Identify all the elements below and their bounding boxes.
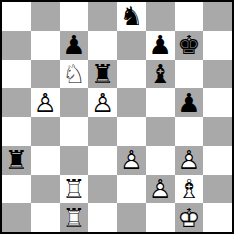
black-king-piece[interactable]: ♚	[175, 31, 204, 60]
white-bishop-piece[interactable]: ♝♗	[175, 175, 204, 204]
square-h4[interactable]	[203, 117, 232, 146]
black-rook-piece[interactable]: ♜	[2, 146, 31, 175]
piece-fill-layer: ♜	[88, 60, 117, 89]
square-b3[interactable]	[31, 146, 60, 175]
piece-outline-layer: ♔	[175, 203, 204, 232]
square-c7[interactable]: ♟	[60, 31, 89, 60]
square-f7[interactable]: ♟	[146, 31, 175, 60]
square-h3[interactable]	[203, 146, 232, 175]
piece-outline-layer: ♙	[175, 146, 204, 175]
square-g5[interactable]: ♟	[175, 88, 204, 117]
square-b8[interactable]	[31, 2, 60, 31]
square-a3[interactable]: ♜	[2, 146, 31, 175]
square-d3[interactable]	[88, 146, 117, 175]
square-a4[interactable]	[2, 117, 31, 146]
chessboard: ♞♟♟♚♞♘♜♝♟♙♟♙♟♜♟♙♟♙♜♖♟♙♝♗♜♖♚♔	[2, 2, 232, 232]
square-f2[interactable]: ♟♙	[146, 175, 175, 204]
square-d7[interactable]	[88, 31, 117, 60]
piece-fill-layer: ♟	[146, 31, 175, 60]
piece-outline-layer: ♙	[146, 175, 175, 204]
square-h8[interactable]	[203, 2, 232, 31]
square-b7[interactable]	[31, 31, 60, 60]
square-g8[interactable]	[175, 2, 204, 31]
piece-fill-layer: ♚	[175, 31, 204, 60]
white-pawn-piece[interactable]: ♟♙	[175, 146, 204, 175]
square-f4[interactable]	[146, 117, 175, 146]
white-rook-piece[interactable]: ♜♖	[60, 203, 89, 232]
square-h5[interactable]	[203, 88, 232, 117]
square-c2[interactable]: ♜♖	[60, 175, 89, 204]
square-e1[interactable]	[117, 203, 146, 232]
square-b4[interactable]	[31, 117, 60, 146]
square-a5[interactable]	[2, 88, 31, 117]
piece-outline-layer: ♗	[175, 175, 204, 204]
square-h7[interactable]	[203, 31, 232, 60]
square-b6[interactable]	[31, 60, 60, 89]
white-pawn-piece[interactable]: ♟♙	[146, 175, 175, 204]
piece-fill-layer: ♟	[60, 31, 89, 60]
square-b1[interactable]	[31, 203, 60, 232]
square-a8[interactable]	[2, 2, 31, 31]
square-e2[interactable]	[117, 175, 146, 204]
square-c3[interactable]	[60, 146, 89, 175]
white-pawn-piece[interactable]: ♟♙	[117, 146, 146, 175]
square-f3[interactable]	[146, 146, 175, 175]
square-a6[interactable]	[2, 60, 31, 89]
square-c4[interactable]	[60, 117, 89, 146]
white-pawn-piece[interactable]: ♟♙	[31, 88, 60, 117]
board-frame: ♞♟♟♚♞♘♜♝♟♙♟♙♟♜♟♙♟♙♜♖♟♙♝♗♜♖♚♔	[0, 0, 234, 234]
square-e5[interactable]	[117, 88, 146, 117]
black-pawn-piece[interactable]: ♟	[60, 31, 89, 60]
square-f1[interactable]	[146, 203, 175, 232]
square-b2[interactable]	[31, 175, 60, 204]
black-knight-piece[interactable]: ♞	[117, 2, 146, 31]
white-pawn-piece[interactable]: ♟♙	[88, 88, 117, 117]
black-bishop-piece[interactable]: ♝	[146, 60, 175, 89]
black-pawn-piece[interactable]: ♟	[146, 31, 175, 60]
square-e7[interactable]	[117, 31, 146, 60]
black-rook-piece[interactable]: ♜	[88, 60, 117, 89]
square-f6[interactable]: ♝	[146, 60, 175, 89]
piece-fill-layer: ♞	[117, 2, 146, 31]
square-b5[interactable]: ♟♙	[31, 88, 60, 117]
piece-outline-layer: ♙	[117, 146, 146, 175]
piece-outline-layer: ♘	[60, 60, 89, 89]
square-d4[interactable]	[88, 117, 117, 146]
square-d1[interactable]	[88, 203, 117, 232]
square-f8[interactable]	[146, 2, 175, 31]
white-rook-piece[interactable]: ♜♖	[60, 175, 89, 204]
square-e8[interactable]: ♞	[117, 2, 146, 31]
square-h6[interactable]	[203, 60, 232, 89]
piece-fill-layer: ♝	[146, 60, 175, 89]
piece-fill-layer: ♜	[2, 146, 31, 175]
piece-outline-layer: ♖	[60, 175, 89, 204]
square-c1[interactable]: ♜♖	[60, 203, 89, 232]
square-h2[interactable]	[203, 175, 232, 204]
square-e6[interactable]	[117, 60, 146, 89]
square-c5[interactable]	[60, 88, 89, 117]
square-g6[interactable]	[175, 60, 204, 89]
square-h1[interactable]	[203, 203, 232, 232]
black-pawn-piece[interactable]: ♟	[175, 88, 204, 117]
square-d5[interactable]: ♟♙	[88, 88, 117, 117]
piece-outline-layer: ♙	[88, 88, 117, 117]
square-e4[interactable]	[117, 117, 146, 146]
white-knight-piece[interactable]: ♞♘	[60, 60, 89, 89]
piece-fill-layer: ♟	[175, 88, 204, 117]
square-d6[interactable]: ♜	[88, 60, 117, 89]
square-g4[interactable]	[175, 117, 204, 146]
square-g1[interactable]: ♚♔	[175, 203, 204, 232]
square-e3[interactable]: ♟♙	[117, 146, 146, 175]
white-king-piece[interactable]: ♚♔	[175, 203, 204, 232]
piece-outline-layer: ♙	[31, 88, 60, 117]
square-g2[interactable]: ♝♗	[175, 175, 204, 204]
square-d8[interactable]	[88, 2, 117, 31]
square-g7[interactable]: ♚	[175, 31, 204, 60]
square-c8[interactable]	[60, 2, 89, 31]
square-f5[interactable]	[146, 88, 175, 117]
square-a2[interactable]	[2, 175, 31, 204]
piece-outline-layer: ♖	[60, 203, 89, 232]
square-g3[interactable]: ♟♙	[175, 146, 204, 175]
square-a1[interactable]	[2, 203, 31, 232]
square-a7[interactable]	[2, 31, 31, 60]
square-d2[interactable]	[88, 175, 117, 204]
square-c6[interactable]: ♞♘	[60, 60, 89, 89]
